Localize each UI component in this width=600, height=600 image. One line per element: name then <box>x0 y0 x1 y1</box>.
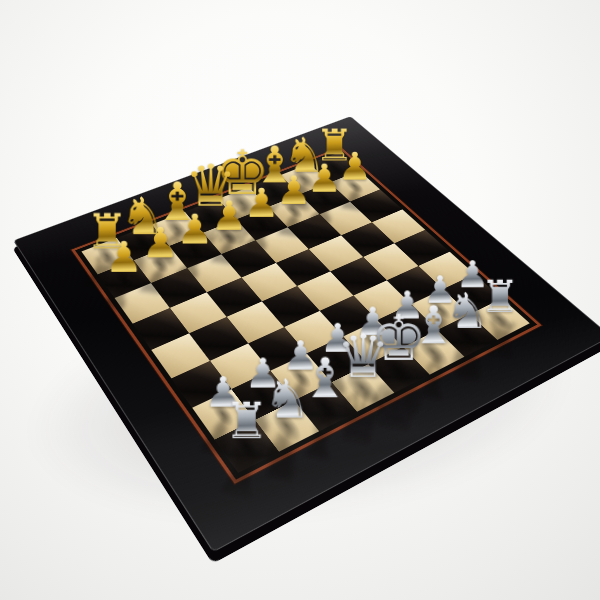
piece-black-pawn-a7[interactable]: ♟ <box>98 239 151 279</box>
white-rook-icon: ♜ <box>224 396 269 445</box>
scene: ♜♜♟♟♟♟♜♜♞♞♟♟♟♟♞♞♝♝♟♟♟♟♝♝♚♚♟♟♟♟♚♚♛♛♟♟♟♟♛♛… <box>0 0 600 600</box>
piece-white-rook-a1[interactable]: ♜ <box>210 391 283 445</box>
black-pawn-icon: ♟ <box>105 237 143 279</box>
